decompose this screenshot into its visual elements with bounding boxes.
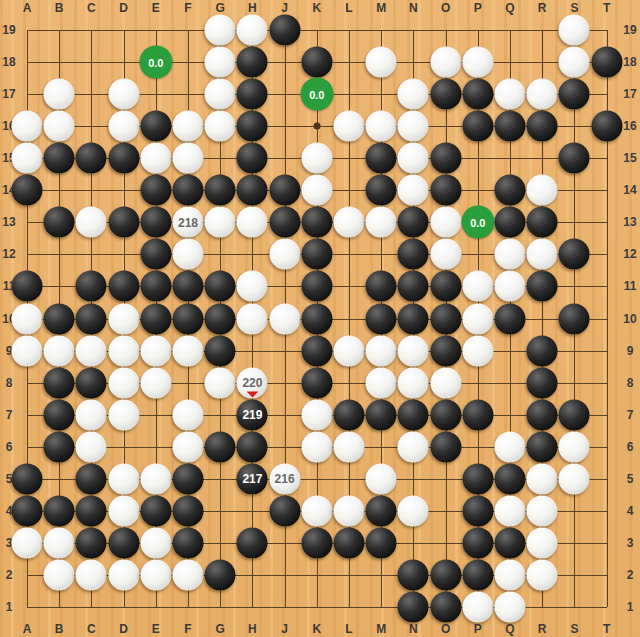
black-stone-F4[interactable]	[173, 495, 204, 526]
black-stone-G9[interactable]	[205, 335, 236, 366]
black-stone-N1[interactable]	[398, 592, 429, 623]
black-stone-E11[interactable]	[140, 271, 171, 302]
black-stone-P7[interactable]	[462, 399, 493, 430]
white-stone-B17[interactable]	[44, 79, 75, 110]
black-stone-O9[interactable]	[430, 335, 461, 366]
black-stone-E10[interactable]	[140, 303, 171, 334]
last-move-triangle-icon	[246, 391, 258, 397]
black-stone-P5[interactable]	[462, 463, 493, 494]
black-stone-S15[interactable]	[559, 143, 590, 174]
black-stone-S10[interactable]	[559, 303, 590, 334]
white-stone-N14[interactable]	[398, 175, 429, 206]
black-stone-G10[interactable]	[205, 303, 236, 334]
black-stone-K9[interactable]	[301, 335, 332, 366]
black-stone-Q10[interactable]	[495, 303, 526, 334]
coord-col-bottom-J: J	[281, 622, 288, 636]
white-stone-O8[interactable]	[430, 367, 461, 398]
black-stone-O7[interactable]	[430, 399, 461, 430]
coord-col-top-G: G	[216, 1, 225, 15]
analysis-score-marker-P13[interactable]: 0.0	[461, 206, 494, 239]
coord-row-left-17: 17	[2, 87, 15, 101]
white-stone-G17[interactable]	[205, 79, 236, 110]
black-stone-R6[interactable]	[527, 431, 558, 462]
white-stone-N9[interactable]	[398, 335, 429, 366]
move-number-label: 217	[242, 473, 262, 485]
coord-col-bottom-E: E	[152, 622, 160, 636]
black-stone-T16[interactable]	[591, 111, 622, 142]
black-stone-B13[interactable]	[44, 207, 75, 238]
white-stone-R5[interactable]	[527, 463, 558, 494]
white-stone-R17[interactable]	[527, 79, 558, 110]
white-stone-B3[interactable]	[44, 527, 75, 558]
black-stone-R13[interactable]	[527, 207, 558, 238]
white-stone-G16[interactable]	[205, 111, 236, 142]
white-stone-J10[interactable]	[269, 303, 300, 334]
coord-row-right-11: 11	[624, 279, 637, 293]
black-stone-N7[interactable]	[398, 399, 429, 430]
coord-col-bottom-B: B	[55, 622, 64, 636]
black-stone-O14[interactable]	[430, 175, 461, 206]
black-stone-E12[interactable]	[140, 239, 171, 270]
black-stone-B4[interactable]	[44, 495, 75, 526]
black-stone-N13[interactable]	[398, 207, 429, 238]
coord-col-bottom-O: O	[441, 622, 450, 636]
star-point	[313, 123, 320, 130]
coord-row-left-8: 8	[6, 376, 13, 390]
white-stone-S6[interactable]	[559, 431, 590, 462]
coord-row-left-7: 7	[6, 408, 13, 422]
white-stone-K7[interactable]	[301, 399, 332, 430]
black-stone-M15[interactable]	[366, 143, 397, 174]
black-stone-O1[interactable]	[430, 592, 461, 623]
black-stone-Q5[interactable]	[495, 463, 526, 494]
coord-row-right-17: 17	[623, 87, 636, 101]
black-stone-N11[interactable]	[398, 271, 429, 302]
coord-col-bottom-F: F	[184, 622, 191, 636]
coord-row-right-2: 2	[627, 568, 634, 582]
white-stone-L16[interactable]	[334, 111, 365, 142]
coord-row-right-6: 6	[627, 440, 634, 454]
white-stone-C7[interactable]	[76, 399, 107, 430]
black-stone-H17[interactable]	[237, 79, 268, 110]
white-stone-B9[interactable]	[44, 335, 75, 366]
coord-row-right-7: 7	[627, 408, 634, 422]
black-stone-G11[interactable]	[205, 271, 236, 302]
black-stone-T18[interactable]	[591, 47, 622, 78]
black-stone-M10[interactable]	[366, 303, 397, 334]
white-stone-M5[interactable]	[366, 463, 397, 494]
coord-col-bottom-N: N	[409, 622, 418, 636]
black-stone-R16[interactable]	[527, 111, 558, 142]
coord-row-right-14: 14	[623, 183, 636, 197]
black-stone-S12[interactable]	[559, 239, 590, 270]
white-stone-N4[interactable]	[398, 495, 429, 526]
coord-col-bottom-G: G	[216, 622, 225, 636]
white-stone-D8[interactable]	[108, 367, 139, 398]
white-stone-Q12[interactable]	[495, 239, 526, 270]
black-stone-B7[interactable]	[44, 399, 75, 430]
black-stone-A14[interactable]	[12, 175, 43, 206]
black-stone-O6[interactable]	[430, 431, 461, 462]
white-stone-F2[interactable]	[173, 560, 204, 591]
white-stone-P11[interactable]	[462, 271, 493, 302]
go-board[interactable]: AABBCCDDEEFFGGHHJJKKLLMMNNOOPPQQRRSSTT19…	[0, 0, 640, 637]
white-stone-Q2[interactable]	[495, 560, 526, 591]
white-stone-P1[interactable]	[462, 592, 493, 623]
black-stone-P2[interactable]	[462, 560, 493, 591]
white-stone-G19[interactable]	[205, 15, 236, 46]
black-stone-F10[interactable]	[173, 303, 204, 334]
coord-col-top-K: K	[312, 1, 321, 15]
coord-row-left-18: 18	[2, 55, 15, 69]
coord-row-left-12: 12	[2, 247, 15, 261]
white-stone-D2[interactable]	[108, 560, 139, 591]
black-stone-E14[interactable]	[140, 175, 171, 206]
coord-col-top-M: M	[376, 1, 386, 15]
white-stone-M8[interactable]	[366, 367, 397, 398]
black-stone-E4[interactable]	[140, 495, 171, 526]
black-stone-B6[interactable]	[44, 431, 75, 462]
coord-row-right-19: 19	[623, 23, 636, 37]
black-stone-M3[interactable]	[366, 527, 397, 558]
black-stone-B15[interactable]	[44, 143, 75, 174]
black-stone-Q13[interactable]	[495, 207, 526, 238]
white-stone-K15[interactable]	[301, 143, 332, 174]
coord-row-right-8: 8	[627, 376, 634, 390]
coord-row-right-9: 9	[627, 344, 634, 358]
black-stone-P3[interactable]	[462, 527, 493, 558]
black-stone-H18[interactable]	[237, 47, 268, 78]
white-stone-F12[interactable]	[173, 239, 204, 270]
white-stone-D9[interactable]	[108, 335, 139, 366]
white-stone-P9[interactable]	[462, 335, 493, 366]
move-number-label: 220	[242, 377, 262, 389]
coord-row-left-19: 19	[2, 23, 15, 37]
black-stone-R7[interactable]	[527, 399, 558, 430]
white-stone-Q6[interactable]	[495, 431, 526, 462]
black-stone-F5[interactable]	[173, 463, 204, 494]
coord-col-top-F: F	[184, 1, 191, 15]
white-stone-K4[interactable]	[301, 495, 332, 526]
coord-col-bottom-R: R	[538, 622, 547, 636]
white-stone-E2[interactable]	[140, 560, 171, 591]
black-stone-S7[interactable]	[559, 399, 590, 430]
white-stone-F15[interactable]	[173, 143, 204, 174]
move-number-label: 216	[275, 473, 295, 485]
white-stone-B2[interactable]	[44, 560, 75, 591]
black-stone-C5[interactable]	[76, 463, 107, 494]
coord-col-bottom-M: M	[376, 622, 386, 636]
coord-col-top-T: T	[603, 1, 610, 15]
white-stone-D10[interactable]	[108, 303, 139, 334]
black-stone-A5[interactable]	[12, 463, 43, 494]
coord-row-right-10: 10	[623, 312, 636, 326]
white-stone-S5[interactable]	[559, 463, 590, 494]
coord-row-right-18: 18	[623, 55, 636, 69]
black-stone-P17[interactable]	[462, 79, 493, 110]
white-stone-D5[interactable]	[108, 463, 139, 494]
white-stone-E8[interactable]	[140, 367, 171, 398]
white-stone-K6[interactable]	[301, 431, 332, 462]
coord-col-top-S: S	[570, 1, 578, 15]
coord-col-bottom-D: D	[119, 622, 128, 636]
coord-row-left-6: 6	[6, 440, 13, 454]
black-stone-D11[interactable]	[108, 271, 139, 302]
black-stone-D13[interactable]	[108, 207, 139, 238]
coord-col-top-Q: Q	[505, 1, 514, 15]
black-stone-D15[interactable]	[108, 143, 139, 174]
black-stone-H5[interactable]: 217	[237, 463, 268, 494]
black-stone-H15[interactable]	[237, 143, 268, 174]
black-stone-M4[interactable]	[366, 495, 397, 526]
white-stone-F6[interactable]	[173, 431, 204, 462]
black-stone-L7[interactable]	[334, 399, 365, 430]
white-stone-A16[interactable]	[12, 111, 43, 142]
black-stone-M14[interactable]	[366, 175, 397, 206]
coord-col-top-R: R	[538, 1, 547, 15]
black-stone-K11[interactable]	[301, 271, 332, 302]
black-stone-J19[interactable]	[269, 15, 300, 46]
white-stone-R14[interactable]	[527, 175, 558, 206]
black-stone-K18[interactable]	[301, 47, 332, 78]
coord-col-bottom-K: K	[312, 622, 321, 636]
black-stone-K3[interactable]	[301, 527, 332, 558]
coord-col-bottom-P: P	[474, 622, 482, 636]
white-stone-A10[interactable]	[12, 303, 43, 334]
coord-row-right-13: 13	[623, 215, 636, 229]
coord-row-left-1: 1	[6, 600, 13, 614]
black-stone-F3[interactable]	[173, 527, 204, 558]
white-stone-H8[interactable]: 220	[237, 367, 268, 398]
black-stone-M7[interactable]	[366, 399, 397, 430]
white-stone-Q1[interactable]	[495, 592, 526, 623]
black-stone-D3[interactable]	[108, 527, 139, 558]
black-stone-H14[interactable]	[237, 175, 268, 206]
white-stone-A3[interactable]	[12, 527, 43, 558]
white-stone-O18[interactable]	[430, 47, 461, 78]
white-stone-C2[interactable]	[76, 560, 107, 591]
coord-row-right-4: 4	[627, 504, 634, 518]
white-stone-A15[interactable]	[12, 143, 43, 174]
black-stone-H7[interactable]: 219	[237, 399, 268, 430]
white-stone-L6[interactable]	[334, 431, 365, 462]
black-stone-C3[interactable]	[76, 527, 107, 558]
coord-col-top-P: P	[474, 1, 482, 15]
white-stone-H11[interactable]	[237, 271, 268, 302]
black-stone-Q3[interactable]	[495, 527, 526, 558]
analysis-score-marker-E18[interactable]: 0.0	[139, 46, 172, 79]
white-stone-H13[interactable]	[237, 207, 268, 238]
white-stone-E9[interactable]	[140, 335, 171, 366]
coord-col-top-D: D	[119, 1, 128, 15]
black-stone-K8[interactable]	[301, 367, 332, 398]
black-stone-O15[interactable]	[430, 143, 461, 174]
black-stone-G2[interactable]	[205, 560, 236, 591]
white-stone-M13[interactable]	[366, 207, 397, 238]
coord-col-bottom-A: A	[23, 622, 32, 636]
coord-col-top-B: B	[55, 1, 64, 15]
white-stone-D16[interactable]	[108, 111, 139, 142]
black-stone-A4[interactable]	[12, 495, 43, 526]
black-stone-C8[interactable]	[76, 367, 107, 398]
white-stone-O13[interactable]	[430, 207, 461, 238]
white-stone-E3[interactable]	[140, 527, 171, 558]
white-stone-Q4[interactable]	[495, 495, 526, 526]
white-stone-D7[interactable]	[108, 399, 139, 430]
white-stone-H19[interactable]	[237, 15, 268, 46]
white-stone-E15[interactable]	[140, 143, 171, 174]
white-stone-Q11[interactable]	[495, 271, 526, 302]
white-stone-R3[interactable]	[527, 527, 558, 558]
black-stone-G14[interactable]	[205, 175, 236, 206]
white-stone-J12[interactable]	[269, 239, 300, 270]
white-stone-D17[interactable]	[108, 79, 139, 110]
white-stone-P10[interactable]	[462, 303, 493, 334]
white-stone-N16[interactable]	[398, 111, 429, 142]
white-stone-C13[interactable]	[76, 207, 107, 238]
white-stone-F9[interactable]	[173, 335, 204, 366]
white-stone-F16[interactable]	[173, 111, 204, 142]
coord-row-left-13: 13	[2, 215, 15, 229]
black-stone-K13[interactable]	[301, 207, 332, 238]
black-stone-O11[interactable]	[430, 271, 461, 302]
coord-col-top-H: H	[248, 1, 257, 15]
white-stone-H10[interactable]	[237, 303, 268, 334]
black-stone-R9[interactable]	[527, 335, 558, 366]
black-stone-M11[interactable]	[366, 271, 397, 302]
black-stone-J14[interactable]	[269, 175, 300, 206]
black-stone-N12[interactable]	[398, 239, 429, 270]
black-stone-R11[interactable]	[527, 271, 558, 302]
coord-col-bottom-S: S	[570, 622, 578, 636]
move-number-label: 218	[178, 216, 198, 228]
black-stone-K10[interactable]	[301, 303, 332, 334]
black-stone-A11[interactable]	[12, 271, 43, 302]
white-stone-L13[interactable]	[334, 207, 365, 238]
coord-col-bottom-Q: Q	[505, 622, 514, 636]
black-stone-E16[interactable]	[140, 111, 171, 142]
coord-row-right-5: 5	[627, 472, 634, 486]
white-stone-F13[interactable]: 218	[173, 207, 204, 238]
black-stone-F11[interactable]	[173, 271, 204, 302]
white-stone-R12[interactable]	[527, 239, 558, 270]
black-stone-O10[interactable]	[430, 303, 461, 334]
coord-col-top-A: A	[23, 1, 32, 15]
black-stone-F14[interactable]	[173, 175, 204, 206]
coord-row-right-16: 16	[623, 119, 636, 133]
black-stone-Q16[interactable]	[495, 111, 526, 142]
analysis-score-marker-K17[interactable]: 0.0	[300, 78, 333, 111]
coord-col-top-O: O	[441, 1, 450, 15]
white-stone-M9[interactable]	[366, 335, 397, 366]
coord-row-right-1: 1	[627, 600, 634, 614]
coord-row-right-15: 15	[623, 151, 636, 165]
white-stone-E5[interactable]	[140, 463, 171, 494]
black-stone-J13[interactable]	[269, 207, 300, 238]
coord-col-top-E: E	[152, 1, 160, 15]
white-stone-L4[interactable]	[334, 495, 365, 526]
black-stone-N10[interactable]	[398, 303, 429, 334]
white-stone-G8[interactable]	[205, 367, 236, 398]
black-stone-B8[interactable]	[44, 367, 75, 398]
black-stone-E13[interactable]	[140, 207, 171, 238]
black-stone-P4[interactable]	[462, 495, 493, 526]
black-stone-Q14[interactable]	[495, 175, 526, 206]
white-stone-O12[interactable]	[430, 239, 461, 270]
coord-row-left-2: 2	[6, 568, 13, 582]
move-number-label: 219	[242, 409, 262, 421]
black-stone-O17[interactable]	[430, 79, 461, 110]
coord-col-top-N: N	[409, 1, 418, 15]
white-stone-M18[interactable]	[366, 47, 397, 78]
black-stone-P16[interactable]	[462, 111, 493, 142]
coord-col-top-J: J	[281, 1, 288, 15]
black-stone-G6[interactable]	[205, 431, 236, 462]
white-stone-S19[interactable]	[559, 15, 590, 46]
coord-col-bottom-H: H	[248, 622, 257, 636]
coord-col-bottom-L: L	[345, 622, 352, 636]
white-stone-P18[interactable]	[462, 47, 493, 78]
white-stone-C6[interactable]	[76, 431, 107, 462]
black-stone-R8[interactable]	[527, 367, 558, 398]
black-stone-C10[interactable]	[76, 303, 107, 334]
white-stone-K14[interactable]	[301, 175, 332, 206]
black-stone-C11[interactable]	[76, 271, 107, 302]
black-stone-H6[interactable]	[237, 431, 268, 462]
black-stone-B10[interactable]	[44, 303, 75, 334]
white-stone-N8[interactable]	[398, 367, 429, 398]
white-stone-C9[interactable]	[76, 335, 107, 366]
black-stone-J4[interactable]	[269, 495, 300, 526]
white-stone-S18[interactable]	[559, 47, 590, 78]
black-stone-L3[interactable]	[334, 527, 365, 558]
white-stone-A9[interactable]	[12, 335, 43, 366]
white-stone-Q17[interactable]	[495, 79, 526, 110]
coord-col-top-C: C	[87, 1, 96, 15]
black-stone-N2[interactable]	[398, 560, 429, 591]
black-stone-K12[interactable]	[301, 239, 332, 270]
white-stone-G13[interactable]	[205, 207, 236, 238]
black-stone-H3[interactable]	[237, 527, 268, 558]
white-stone-M16[interactable]	[366, 111, 397, 142]
white-stone-R2[interactable]	[527, 560, 558, 591]
coord-col-bottom-C: C	[87, 622, 96, 636]
white-stone-J5[interactable]: 216	[269, 463, 300, 494]
coord-row-right-12: 12	[623, 247, 636, 261]
coord-row-right-3: 3	[627, 536, 634, 550]
white-stone-L9[interactable]	[334, 335, 365, 366]
white-stone-G18[interactable]	[205, 47, 236, 78]
coord-col-top-L: L	[345, 1, 352, 15]
black-stone-H16[interactable]	[237, 111, 268, 142]
white-stone-R4[interactable]	[527, 495, 558, 526]
white-stone-D4[interactable]	[108, 495, 139, 526]
coord-col-bottom-T: T	[603, 622, 610, 636]
white-stone-B16[interactable]	[44, 111, 75, 142]
black-stone-C4[interactable]	[76, 495, 107, 526]
white-stone-F7[interactable]	[173, 399, 204, 430]
black-stone-S17[interactable]	[559, 79, 590, 110]
black-stone-C15[interactable]	[76, 143, 107, 174]
white-stone-N17[interactable]	[398, 79, 429, 110]
white-stone-N6[interactable]	[398, 431, 429, 462]
white-stone-N15[interactable]	[398, 143, 429, 174]
black-stone-O2[interactable]	[430, 560, 461, 591]
